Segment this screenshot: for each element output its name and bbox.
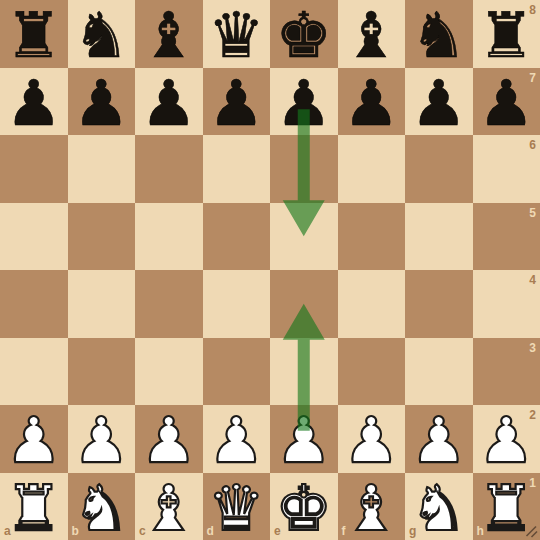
square-a8[interactable]: ♜ [0,0,68,68]
rank-label-4: 4 [529,274,536,286]
file-label-b: b [72,525,79,537]
square-g3[interactable] [405,338,473,406]
square-c5[interactable] [135,203,203,271]
piece-white-pawn[interactable]: ♟ [73,409,129,472]
file-label-g: g [409,525,416,537]
file-label-h: h [477,525,484,537]
square-c4[interactable] [135,270,203,338]
rank-label-8: 8 [529,4,536,16]
piece-black-pawn[interactable]: ♟ [343,72,399,135]
square-g1[interactable]: ♞g [405,473,473,540]
square-e5[interactable] [270,203,338,271]
square-g4[interactable] [405,270,473,338]
piece-black-pawn[interactable]: ♟ [73,72,129,135]
square-h5[interactable]: 5 [473,203,540,271]
square-f5[interactable] [338,203,406,271]
square-g6[interactable] [405,135,473,203]
square-a3[interactable] [0,338,68,406]
square-e6[interactable] [270,135,338,203]
piece-white-pawn[interactable]: ♟ [478,409,534,472]
square-b4[interactable] [68,270,136,338]
piece-black-pawn[interactable]: ♟ [411,72,467,135]
square-f2[interactable]: ♟ [338,405,406,473]
piece-white-king[interactable]: ♚ [276,477,332,540]
square-f4[interactable] [338,270,406,338]
square-e2[interactable]: ♟ [270,405,338,473]
square-b2[interactable]: ♟ [68,405,136,473]
piece-white-pawn[interactable]: ♟ [411,409,467,472]
piece-black-king[interactable]: ♚ [276,4,332,67]
square-h3[interactable]: 3 [473,338,540,406]
file-label-f: f [342,525,346,537]
square-b6[interactable] [68,135,136,203]
piece-black-knight[interactable]: ♞ [411,4,467,67]
piece-white-knight[interactable]: ♞ [73,477,129,540]
square-f8[interactable]: ♝ [338,0,406,68]
square-h4[interactable]: 4 [473,270,540,338]
square-c8[interactable]: ♝ [135,0,203,68]
square-g2[interactable]: ♟ [405,405,473,473]
piece-white-pawn[interactable]: ♟ [276,409,332,472]
piece-black-queen[interactable]: ♛ [208,4,264,67]
piece-black-rook[interactable]: ♜ [478,4,534,67]
rank-label-1: 1 [529,477,536,489]
piece-white-pawn[interactable]: ♟ [6,409,62,472]
square-c7[interactable]: ♟ [135,68,203,136]
rank-label-7: 7 [529,72,536,84]
piece-black-pawn[interactable]: ♟ [208,72,264,135]
square-b7[interactable]: ♟ [68,68,136,136]
square-a6[interactable] [0,135,68,203]
piece-black-rook[interactable]: ♜ [6,4,62,67]
square-h6[interactable]: 6 [473,135,540,203]
square-a4[interactable] [0,270,68,338]
square-h2[interactable]: ♟2 [473,405,540,473]
square-a7[interactable]: ♟ [0,68,68,136]
square-d6[interactable] [203,135,271,203]
square-a1[interactable]: ♜a [0,473,68,540]
piece-white-queen[interactable]: ♛ [208,477,264,540]
file-label-e: e [274,525,281,537]
piece-black-pawn[interactable]: ♟ [6,72,62,135]
square-e4[interactable] [270,270,338,338]
square-e7[interactable]: ♟ [270,68,338,136]
rank-label-2: 2 [529,409,536,421]
board-resize-handle-icon[interactable] [524,524,538,538]
file-label-d: d [207,525,214,537]
square-b1[interactable]: ♞b [68,473,136,540]
square-e3[interactable] [270,338,338,406]
rank-label-6: 6 [529,139,536,151]
square-e8[interactable]: ♚ [270,0,338,68]
chess-board: ♜♞♝♛♚♝♞♜8♟♟♟♟♟♟♟♟76543♟♟♟♟♟♟♟♟2♜a♞b♝c♛d♚… [0,0,540,540]
piece-white-pawn[interactable]: ♟ [343,409,399,472]
piece-black-pawn[interactable]: ♟ [478,72,534,135]
square-a5[interactable] [0,203,68,271]
square-f7[interactable]: ♟ [338,68,406,136]
square-c3[interactable] [135,338,203,406]
piece-black-bishop[interactable]: ♝ [141,4,197,67]
square-h8[interactable]: ♜8 [473,0,540,68]
file-label-c: c [139,525,146,537]
piece-black-bishop[interactable]: ♝ [343,4,399,67]
square-d4[interactable] [203,270,271,338]
piece-black-knight[interactable]: ♞ [73,4,129,67]
square-a2[interactable]: ♟ [0,405,68,473]
square-f6[interactable] [338,135,406,203]
rank-label-5: 5 [529,207,536,219]
square-b8[interactable]: ♞ [68,0,136,68]
square-c2[interactable]: ♟ [135,405,203,473]
square-d2[interactable]: ♟ [203,405,271,473]
rank-label-3: 3 [529,342,536,354]
square-f1[interactable]: ♝f [338,473,406,540]
square-d8[interactable]: ♛ [203,0,271,68]
square-g5[interactable] [405,203,473,271]
piece-black-pawn[interactable]: ♟ [276,72,332,135]
square-b5[interactable] [68,203,136,271]
square-g8[interactable]: ♞ [405,0,473,68]
square-d3[interactable] [203,338,271,406]
file-label-a: a [4,525,11,537]
piece-white-pawn[interactable]: ♟ [208,409,264,472]
square-c1[interactable]: ♝c [135,473,203,540]
square-f3[interactable] [338,338,406,406]
square-d1[interactable]: ♛d [203,473,271,540]
piece-white-pawn[interactable]: ♟ [141,409,197,472]
square-c6[interactable] [135,135,203,203]
piece-white-rook[interactable]: ♜ [6,477,62,540]
piece-white-bishop[interactable]: ♝ [343,477,399,540]
square-d7[interactable]: ♟ [203,68,271,136]
piece-white-bishop[interactable]: ♝ [141,477,197,540]
square-h7[interactable]: ♟7 [473,68,540,136]
piece-white-knight[interactable]: ♞ [411,477,467,540]
square-g7[interactable]: ♟ [405,68,473,136]
piece-black-pawn[interactable]: ♟ [141,72,197,135]
square-d5[interactable] [203,203,271,271]
square-b3[interactable] [68,338,136,406]
square-e1[interactable]: ♚e [270,473,338,540]
